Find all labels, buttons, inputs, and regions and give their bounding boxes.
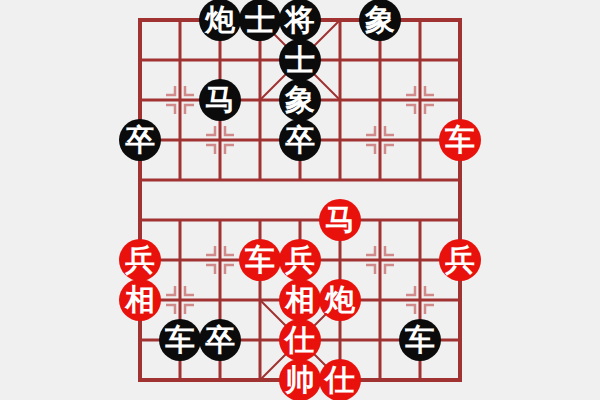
piece-black-horse[interactable]: 马 (199, 79, 241, 121)
piece-black-soldier[interactable]: 卒 (119, 119, 161, 161)
piece-red-elephant[interactable]: 相 (279, 279, 321, 321)
piece-red-advisor[interactable]: 仕 (279, 319, 321, 361)
piece-red-soldier[interactable]: 兵 (119, 239, 161, 281)
piece-black-advisor[interactable]: 士 (279, 39, 321, 81)
piece-black-elephant[interactable]: 象 (279, 79, 321, 121)
piece-red-horse[interactable]: 马 (319, 199, 361, 241)
piece-black-chariot[interactable]: 车 (159, 319, 201, 361)
piece-black-advisor[interactable]: 士 (239, 0, 281, 41)
piece-red-chariot[interactable]: 车 (239, 239, 281, 281)
piece-black-chariot[interactable]: 车 (399, 319, 441, 361)
piece-black-soldier[interactable]: 卒 (279, 119, 321, 161)
piece-red-cannon[interactable]: 炮 (319, 279, 361, 321)
xiangqi-board-area: 炮士将象士马象卒卒车马兵车兵兵相相炮车卒仕车帅仕 (0, 0, 600, 400)
piece-red-advisor[interactable]: 仕 (319, 359, 361, 400)
piece-black-cannon[interactable]: 炮 (199, 0, 241, 41)
piece-red-soldier[interactable]: 兵 (279, 239, 321, 281)
piece-red-soldier[interactable]: 兵 (439, 239, 481, 281)
piece-red-chariot[interactable]: 车 (439, 119, 481, 161)
piece-black-general[interactable]: 将 (279, 0, 321, 41)
piece-black-elephant[interactable]: 象 (359, 0, 401, 41)
piece-red-general[interactable]: 帅 (279, 359, 321, 400)
xiangqi-board: 炮士将象士马象卒卒车马兵车兵兵相相炮车卒仕车帅仕 (120, 0, 480, 400)
piece-black-soldier[interactable]: 卒 (199, 319, 241, 361)
piece-red-elephant[interactable]: 相 (119, 279, 161, 321)
